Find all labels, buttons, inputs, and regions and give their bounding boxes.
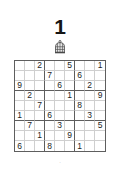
cell-r2c3[interactable] (35, 71, 45, 81)
cell-r8c3: 1 (35, 131, 45, 141)
cell-r9c2[interactable] (25, 141, 35, 151)
cell-r4c9: 9 (95, 91, 105, 101)
cell-r8c4[interactable] (45, 131, 55, 141)
cell-r5c6[interactable] (65, 101, 75, 111)
cell-r6c4: 6 (45, 111, 55, 121)
cell-r9c8[interactable] (85, 141, 95, 151)
cell-r3c4[interactable] (45, 81, 55, 91)
cell-r7c1[interactable] (15, 121, 25, 131)
cell-r2c6[interactable] (65, 71, 75, 81)
sudoku-grid: 251769622197816373519681 (14, 60, 106, 152)
cell-r9c9[interactable] (95, 141, 105, 151)
cell-r2c2[interactable] (25, 71, 35, 81)
cell-r2c9[interactable] (95, 71, 105, 81)
cell-r6c1: 1 (15, 111, 25, 121)
cell-r4c2: 2 (25, 91, 35, 101)
cell-r9c5[interactable] (55, 141, 65, 151)
cell-r8c6: 9 (65, 131, 75, 141)
cell-r9c1: 6 (15, 141, 25, 151)
cell-r7c8[interactable] (85, 121, 95, 131)
cell-r8c2[interactable] (25, 131, 35, 141)
cell-r3c1: 9 (15, 81, 25, 91)
cell-r6c6[interactable] (65, 111, 75, 121)
cell-r4c6: 1 (65, 91, 75, 101)
cell-r8c5[interactable] (55, 131, 65, 141)
cell-r6c3[interactable] (35, 111, 45, 121)
cell-r1c1[interactable] (15, 61, 25, 71)
cell-r8c1[interactable] (15, 131, 25, 141)
cell-r4c1[interactable] (15, 91, 25, 101)
cell-r7c7[interactable] (75, 121, 85, 131)
cell-r4c4[interactable] (45, 91, 55, 101)
puzzle-number: 1 (0, 16, 120, 38)
cell-r5c3: 7 (35, 101, 45, 111)
cell-r3c7[interactable] (75, 81, 85, 91)
cell-r9c4: 8 (45, 141, 55, 151)
cell-r2c7: 6 (75, 71, 85, 81)
cell-r8c7[interactable] (75, 131, 85, 141)
birdcage-icon (0, 40, 120, 54)
cell-r8c9[interactable] (95, 131, 105, 141)
cell-r9c7: 1 (75, 141, 85, 151)
cell-r4c5[interactable] (55, 91, 65, 101)
puzzle-page: 1 251769622197816373519681 · (0, 0, 120, 180)
page-mark: · (0, 159, 120, 165)
cell-r7c2: 7 (25, 121, 35, 131)
cell-r1c8[interactable] (85, 61, 95, 71)
cell-r7c9: 5 (95, 121, 105, 131)
cell-r3c8: 2 (85, 81, 95, 91)
cell-r1c3: 2 (35, 61, 45, 71)
cell-r4c8[interactable] (85, 91, 95, 101)
cell-r7c4[interactable] (45, 121, 55, 131)
cell-r6c8: 3 (85, 111, 95, 121)
cell-r5c9[interactable] (95, 101, 105, 111)
cell-r1c5[interactable] (55, 61, 65, 71)
cell-r9c3[interactable] (35, 141, 45, 151)
cell-r1c9: 1 (95, 61, 105, 71)
cell-r9c6[interactable] (65, 141, 75, 151)
cell-r7c5: 3 (55, 121, 65, 131)
cell-r8c8[interactable] (85, 131, 95, 141)
cell-r5c2[interactable] (25, 101, 35, 111)
cell-r3c3[interactable] (35, 81, 45, 91)
cell-r3c5: 6 (55, 81, 65, 91)
cell-r6c7[interactable] (75, 111, 85, 121)
cell-r1c2[interactable] (25, 61, 35, 71)
cell-r1c6: 5 (65, 61, 75, 71)
cell-r5c7: 8 (75, 101, 85, 111)
cell-r2c4: 7 (45, 71, 55, 81)
cell-r5c5[interactable] (55, 101, 65, 111)
